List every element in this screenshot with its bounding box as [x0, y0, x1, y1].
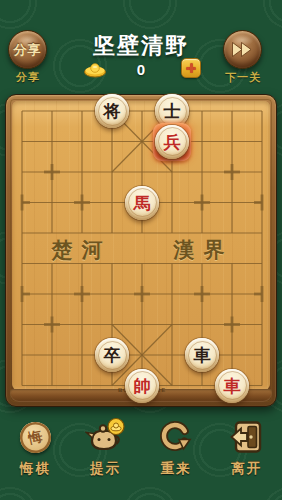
door-icon	[230, 420, 264, 454]
leave-label: 离开	[231, 460, 262, 478]
hint-button[interactable]: 提示	[71, 414, 142, 484]
piece-black-将[interactable]: 将	[95, 94, 129, 128]
piece-red-帥[interactable]: 帥	[125, 369, 159, 403]
restart-icon	[159, 420, 193, 454]
restart-label: 重来	[161, 460, 192, 478]
piece-black-車[interactable]: 車	[185, 338, 219, 372]
undo-label: 悔棋	[20, 460, 51, 478]
lamp-icon	[85, 417, 127, 457]
leave-button[interactable]: 离开	[212, 414, 283, 484]
piece-black-卒[interactable]: 卒	[95, 338, 129, 372]
undo-piece-icon: 悔	[17, 419, 54, 456]
xiangqi-board: 楚河 漢界 BO RE 将士兵馬卒車帥車	[5, 94, 277, 407]
fast-forward-icon	[231, 41, 254, 58]
hint-label: 提示	[90, 460, 121, 478]
next-level-caption: 下一关	[213, 70, 273, 85]
piece-red-車[interactable]: 車	[215, 369, 249, 403]
piece-red-馬[interactable]: 馬	[125, 186, 159, 220]
next-level-button[interactable]	[223, 30, 262, 69]
app-background: 分享 分享 坚壁清野 0 下一关 楚河 漢界 BO RE 将士兵馬卒車帥車 悔	[0, 0, 282, 500]
add-coins-button[interactable]	[181, 58, 201, 78]
pieces-layer: 将士兵馬卒車帥車	[6, 95, 276, 406]
undo-button[interactable]: 悔 悔棋	[0, 414, 71, 484]
bottom-toolbar: 悔 悔棋 提示	[0, 414, 282, 484]
restart-button[interactable]: 重来	[141, 414, 212, 484]
piece-red-兵[interactable]: 兵	[155, 125, 189, 159]
